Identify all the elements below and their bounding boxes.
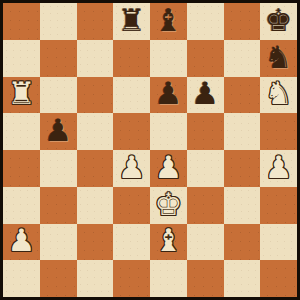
square-h2[interactable] — [260, 224, 297, 261]
square-g7[interactable] — [224, 40, 261, 77]
square-h1[interactable] — [260, 260, 297, 297]
square-f8[interactable] — [187, 3, 224, 40]
square-f5[interactable] — [187, 113, 224, 150]
square-a6[interactable]: ♜ — [3, 77, 40, 114]
square-h7[interactable]: ♞ — [260, 40, 297, 77]
white-rook-a6[interactable]: ♜ — [7, 78, 35, 109]
square-f7[interactable] — [187, 40, 224, 77]
square-h8[interactable]: ♚ — [260, 3, 297, 40]
square-d8[interactable]: ♜ — [113, 3, 150, 40]
square-a5[interactable] — [3, 113, 40, 150]
square-g6[interactable] — [224, 77, 261, 114]
square-e2[interactable]: ♝ — [150, 224, 187, 261]
black-pawn-f6[interactable]: ♟ — [191, 78, 219, 109]
square-e5[interactable] — [150, 113, 187, 150]
square-b5[interactable]: ♟ — [40, 113, 77, 150]
square-f6[interactable]: ♟ — [187, 77, 224, 114]
black-rook-d8[interactable]: ♜ — [118, 5, 146, 36]
square-d3[interactable] — [113, 187, 150, 224]
square-a1[interactable] — [3, 260, 40, 297]
white-pawn-d4[interactable]: ♟ — [118, 152, 146, 183]
black-knight-h7[interactable]: ♞ — [265, 42, 293, 73]
white-pawn-h4[interactable]: ♟ — [265, 152, 293, 183]
square-h4[interactable]: ♟ — [260, 150, 297, 187]
square-c5[interactable] — [77, 113, 114, 150]
square-b3[interactable] — [40, 187, 77, 224]
square-a4[interactable] — [3, 150, 40, 187]
square-h3[interactable] — [260, 187, 297, 224]
black-king-h8[interactable]: ♚ — [265, 5, 293, 36]
square-c8[interactable] — [77, 3, 114, 40]
black-bishop-e8[interactable]: ♝ — [154, 5, 182, 36]
white-pawn-a2[interactable]: ♟ — [7, 225, 35, 256]
square-c7[interactable] — [77, 40, 114, 77]
square-b1[interactable] — [40, 260, 77, 297]
square-d5[interactable] — [113, 113, 150, 150]
square-e7[interactable] — [150, 40, 187, 77]
square-a2[interactable]: ♟ — [3, 224, 40, 261]
square-g3[interactable] — [224, 187, 261, 224]
black-pawn-e6[interactable]: ♟ — [154, 78, 182, 109]
chess-board-frame: ♜♝♚♞♜♟♟♞♟♟♟♟♚♟♝ — [0, 0, 300, 300]
white-king-e3[interactable]: ♚ — [154, 189, 182, 220]
square-c4[interactable] — [77, 150, 114, 187]
square-b7[interactable] — [40, 40, 77, 77]
square-b2[interactable] — [40, 224, 77, 261]
black-pawn-b5[interactable]: ♟ — [44, 115, 72, 146]
square-h5[interactable] — [260, 113, 297, 150]
square-f2[interactable] — [187, 224, 224, 261]
square-c3[interactable] — [77, 187, 114, 224]
square-b4[interactable] — [40, 150, 77, 187]
chess-board: ♜♝♚♞♜♟♟♞♟♟♟♟♚♟♝ — [3, 3, 297, 297]
square-e6[interactable]: ♟ — [150, 77, 187, 114]
square-d1[interactable] — [113, 260, 150, 297]
square-e4[interactable]: ♟ — [150, 150, 187, 187]
square-f1[interactable] — [187, 260, 224, 297]
white-bishop-e2[interactable]: ♝ — [154, 225, 182, 256]
square-e8[interactable]: ♝ — [150, 3, 187, 40]
square-d2[interactable] — [113, 224, 150, 261]
square-c6[interactable] — [77, 77, 114, 114]
square-g4[interactable] — [224, 150, 261, 187]
square-g2[interactable] — [224, 224, 261, 261]
square-h6[interactable]: ♞ — [260, 77, 297, 114]
square-c1[interactable] — [77, 260, 114, 297]
square-c2[interactable] — [77, 224, 114, 261]
square-a7[interactable] — [3, 40, 40, 77]
square-e3[interactable]: ♚ — [150, 187, 187, 224]
square-d4[interactable]: ♟ — [113, 150, 150, 187]
square-b6[interactable] — [40, 77, 77, 114]
square-f3[interactable] — [187, 187, 224, 224]
square-a3[interactable] — [3, 187, 40, 224]
square-d6[interactable] — [113, 77, 150, 114]
square-e1[interactable] — [150, 260, 187, 297]
square-g5[interactable] — [224, 113, 261, 150]
white-pawn-e4[interactable]: ♟ — [154, 152, 182, 183]
square-f4[interactable] — [187, 150, 224, 187]
square-g1[interactable] — [224, 260, 261, 297]
square-a8[interactable] — [3, 3, 40, 40]
square-g8[interactable] — [224, 3, 261, 40]
square-b8[interactable] — [40, 3, 77, 40]
square-d7[interactable] — [113, 40, 150, 77]
white-knight-h6[interactable]: ♞ — [265, 78, 293, 109]
